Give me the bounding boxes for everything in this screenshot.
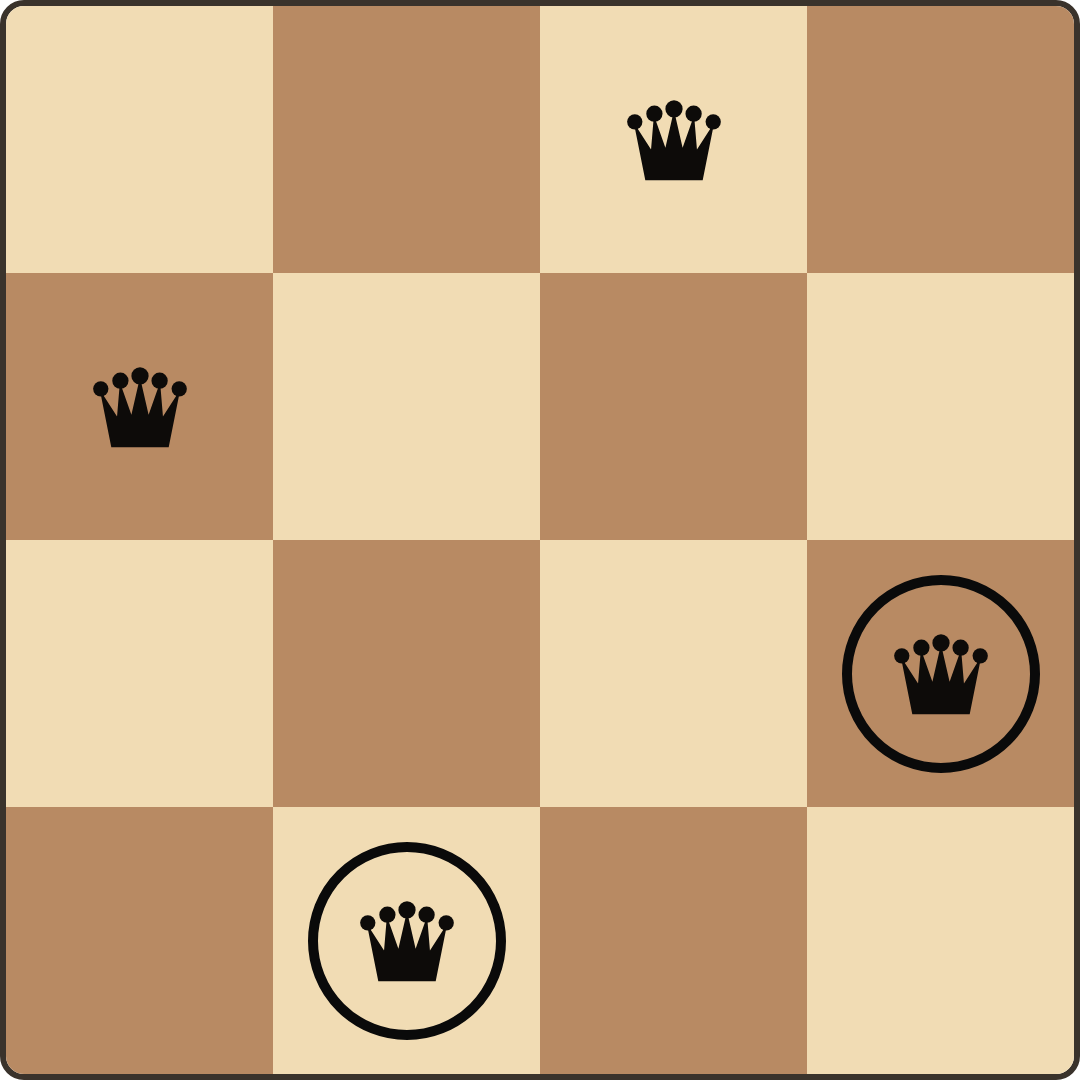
square-r1c3[interactable] xyxy=(540,6,807,273)
black-queen-crown-icon xyxy=(359,897,455,985)
square-r4c4[interactable] xyxy=(807,807,1074,1074)
black-queen-crown-icon xyxy=(626,96,722,184)
square-r3c2[interactable] xyxy=(273,540,540,807)
black-queen-crown-icon xyxy=(893,630,989,718)
square-r2c2[interactable] xyxy=(273,273,540,540)
square-r1c4[interactable] xyxy=(807,6,1074,273)
black-queen-crown-icon xyxy=(92,363,188,451)
square-r2c1[interactable] xyxy=(6,273,273,540)
black-queen[interactable] xyxy=(92,363,188,451)
square-r2c4[interactable] xyxy=(807,273,1074,540)
square-r1c2[interactable] xyxy=(273,6,540,273)
square-r3c4[interactable] xyxy=(807,540,1074,807)
black-queen[interactable] xyxy=(893,630,989,718)
square-r4c2[interactable] xyxy=(273,807,540,1074)
black-queen[interactable] xyxy=(359,897,455,985)
square-r4c1[interactable] xyxy=(6,807,273,1074)
page xyxy=(0,0,1080,1080)
square-r2c3[interactable] xyxy=(540,273,807,540)
square-r3c1[interactable] xyxy=(6,540,273,807)
square-r1c1[interactable] xyxy=(6,6,273,273)
square-r3c3[interactable] xyxy=(540,540,807,807)
black-queen[interactable] xyxy=(626,96,722,184)
board xyxy=(0,0,1080,1080)
square-r4c3[interactable] xyxy=(540,807,807,1074)
